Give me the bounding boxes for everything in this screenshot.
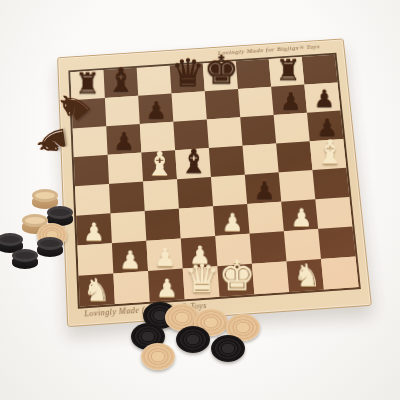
square-b5[interactable] [108, 153, 143, 184]
square-f8[interactable] [236, 59, 271, 89]
square-b3[interactable] [110, 211, 146, 243]
square-b6[interactable]: ♟ [106, 124, 141, 155]
square-e1[interactable]: ♚ [217, 264, 254, 297]
white-knight-icon[interactable]: ♞ [293, 260, 321, 291]
square-b4[interactable] [109, 182, 145, 214]
square-g4[interactable] [279, 170, 316, 202]
captured-black-knight-icon[interactable]: ♞ [31, 122, 72, 160]
black-pawn-icon[interactable]: ♟ [314, 87, 335, 111]
square-a6[interactable] [73, 126, 108, 157]
square-g8[interactable]: ♜ [269, 57, 305, 87]
square-d1[interactable]: ♛ [183, 266, 220, 299]
black-pawn-icon[interactable]: ♟ [280, 89, 301, 113]
board-frame: Lovingly Made for Bigjigs® Toys ♜♝♛♚♜♟♟♟… [57, 38, 372, 327]
square-a1[interactable]: ♞ [79, 273, 115, 306]
square-e5[interactable] [209, 146, 245, 177]
square-c5[interactable]: ♝ [141, 150, 177, 181]
black-checker-piece[interactable] [211, 335, 245, 362]
white-queen-icon[interactable]: ♛ [184, 259, 219, 298]
square-g7[interactable]: ♟ [271, 85, 307, 115]
square-d3[interactable] [179, 206, 215, 238]
square-a5[interactable] [74, 155, 109, 186]
white-bishop-icon[interactable]: ♝ [145, 147, 175, 180]
black-pawn-icon[interactable]: ♟ [254, 178, 276, 202]
black-queen-icon[interactable]: ♛ [171, 54, 205, 91]
white-knight-icon[interactable]: ♞ [83, 275, 111, 306]
black-pawn-icon[interactable]: ♟ [146, 98, 167, 122]
square-d4[interactable] [177, 177, 213, 209]
square-c7[interactable]: ♟ [138, 93, 173, 123]
square-g6[interactable] [274, 113, 310, 144]
square-f4[interactable]: ♟ [245, 172, 281, 204]
black-bishop-icon[interactable]: ♝ [106, 63, 135, 96]
black-checker-piece[interactable] [12, 249, 38, 269]
square-f1[interactable] [252, 261, 289, 294]
square-c2[interactable]: ♟ [146, 238, 182, 271]
square-h3[interactable] [315, 197, 352, 229]
white-pawn-icon[interactable]: ♟ [83, 220, 105, 245]
square-f5[interactable] [243, 143, 279, 174]
black-king-icon[interactable]: ♚ [204, 50, 239, 89]
black-bishop-icon[interactable]: ♝ [179, 145, 209, 178]
square-g3[interactable]: ♟ [281, 199, 318, 231]
white-pawn-icon[interactable]: ♟ [119, 248, 141, 273]
black-checker-piece[interactable] [37, 237, 63, 257]
square-e3[interactable]: ♟ [213, 204, 249, 236]
square-g5[interactable] [276, 141, 312, 172]
black-checker-piece[interactable] [176, 326, 210, 353]
product-photo-background: Lovingly Made for Bigjigs® Toys ♜♝♛♚♜♟♟♟… [0, 0, 400, 400]
square-e6[interactable] [207, 117, 243, 148]
square-h2[interactable] [318, 227, 355, 259]
square-b2[interactable]: ♟ [112, 241, 148, 274]
white-bishop-icon[interactable]: ♝ [315, 135, 345, 168]
black-pawn-icon[interactable]: ♟ [113, 129, 135, 153]
square-h8[interactable] [302, 55, 338, 85]
square-d5[interactable]: ♝ [175, 148, 211, 179]
square-c3[interactable] [145, 209, 181, 241]
square-d8[interactable]: ♛ [170, 63, 205, 93]
square-e7[interactable] [205, 89, 240, 119]
natural-checker-piece[interactable] [141, 343, 175, 370]
square-f6[interactable] [240, 115, 276, 146]
square-b7[interactable] [105, 96, 140, 127]
square-f3[interactable] [247, 202, 284, 234]
square-a4[interactable] [75, 184, 110, 216]
square-h5[interactable]: ♝ [310, 139, 347, 170]
square-a3[interactable]: ♟ [76, 213, 112, 245]
white-king-icon[interactable]: ♚ [219, 255, 256, 296]
square-e4[interactable] [211, 175, 247, 207]
square-b1[interactable] [113, 271, 149, 304]
white-pawn-icon[interactable]: ♟ [154, 245, 176, 270]
white-pawn-icon[interactable]: ♟ [222, 210, 244, 234]
square-g1[interactable]: ♞ [286, 259, 323, 292]
white-pawn-icon[interactable]: ♟ [291, 206, 313, 230]
black-rook-icon[interactable]: ♜ [275, 56, 301, 85]
white-pawn-icon[interactable]: ♟ [156, 276, 178, 301]
square-c1[interactable]: ♟ [148, 269, 185, 302]
square-d7[interactable] [171, 91, 206, 121]
square-b8[interactable]: ♝ [104, 68, 139, 98]
board-grid: ♜♝♛♚♜♟♟♟♟♟♝♝♝♟♟♟♟♟♟♟♞♟♛♚♞ [68, 53, 361, 309]
board-scene: Lovingly Made for Bigjigs® Toys ♜♝♛♚♜♟♟♟… [57, 38, 372, 327]
square-c4[interactable] [143, 179, 179, 211]
square-f7[interactable] [238, 87, 274, 117]
square-h4[interactable] [312, 168, 349, 200]
square-c8[interactable] [137, 66, 172, 96]
square-h7[interactable]: ♟ [304, 82, 340, 112]
square-e8[interactable]: ♚ [203, 61, 238, 91]
square-h1[interactable] [321, 257, 359, 290]
